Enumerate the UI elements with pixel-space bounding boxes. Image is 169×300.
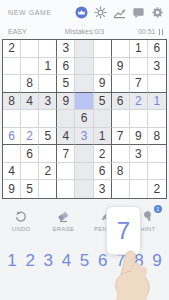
numpad-key-4[interactable]: 4 — [60, 251, 72, 271]
cell-r7c7[interactable] — [112, 145, 130, 163]
cell-r4c5[interactable] — [75, 93, 93, 111]
cell-r8c7[interactable]: 8 — [112, 163, 130, 181]
cell-r7c5[interactable] — [75, 145, 93, 163]
cell-r1c6[interactable] — [94, 40, 112, 58]
erase-label: ERASE — [52, 226, 74, 232]
cell-r8c6[interactable]: 6 — [94, 163, 112, 181]
erase-button[interactable]: ERASE — [46, 209, 80, 232]
cell-r1c2[interactable] — [21, 40, 39, 58]
number-preview-value: 7 — [117, 217, 130, 245]
sudoku-board: 2316169385978439562166254317986723426895… — [2, 39, 167, 199]
number-pad: 123456789 — [0, 249, 169, 273]
numpad-key-3[interactable]: 3 — [42, 251, 54, 271]
cell-r1c8[interactable]: 1 — [130, 40, 148, 58]
page-title: NEW GAME — [8, 9, 52, 16]
cell-r5c1[interactable] — [3, 110, 21, 128]
cell-r2c7[interactable]: 9 — [112, 58, 130, 76]
settings-gear-icon[interactable] — [151, 6, 164, 19]
cell-r7c6[interactable]: 2 — [94, 145, 112, 163]
cell-r8c5[interactable] — [75, 163, 93, 181]
theme-sun-icon[interactable] — [94, 6, 107, 19]
cell-r8c8[interactable] — [130, 163, 148, 181]
cell-r6c5[interactable]: 3 — [75, 128, 93, 146]
cell-r3c1[interactable] — [3, 75, 21, 93]
cell-r1c3[interactable] — [39, 40, 57, 58]
cell-r1c4[interactable]: 3 — [57, 40, 75, 58]
cell-r8c2[interactable] — [21, 163, 39, 181]
cell-r8c3[interactable]: 2 — [39, 163, 57, 181]
cell-r3c9[interactable] — [148, 75, 166, 93]
numpad-key-6[interactable]: 6 — [97, 251, 109, 271]
cell-r9c3[interactable] — [39, 180, 57, 198]
header-bar: NEW GAME — [0, 0, 169, 25]
cell-r5c7[interactable] — [112, 110, 130, 128]
eraser-icon — [56, 209, 70, 223]
undo-label: UNDO — [12, 226, 31, 232]
cell-r3c3[interactable] — [39, 75, 57, 93]
cell-r5c8[interactable] — [130, 110, 148, 128]
header-icons — [75, 6, 164, 19]
undo-button[interactable]: UNDO — [4, 209, 38, 232]
cell-r1c9[interactable]: 6 — [148, 40, 166, 58]
cell-r9c8[interactable] — [130, 180, 148, 198]
cell-r2c1[interactable] — [3, 58, 21, 76]
status-bar: EASY Mistakes:0/3 00:51 — [0, 24, 169, 39]
cell-r2c3[interactable]: 1 — [39, 58, 57, 76]
cell-r4c3[interactable]: 3 — [39, 93, 57, 111]
cell-r1c1[interactable]: 2 — [3, 40, 21, 58]
cell-r9c9[interactable]: 2 — [148, 180, 166, 198]
cell-r9c1[interactable]: 9 — [3, 180, 21, 198]
cell-r3c7[interactable] — [112, 75, 130, 93]
statistics-icon[interactable] — [113, 6, 126, 19]
timer: 00:51 — [138, 28, 156, 35]
pause-icon[interactable] — [159, 29, 164, 35]
undo-icon — [14, 209, 28, 223]
cell-r9c6[interactable]: 3 — [94, 180, 112, 198]
numpad-key-2[interactable]: 2 — [24, 251, 36, 271]
cell-r6c4[interactable]: 4 — [57, 128, 75, 146]
numpad-key-9[interactable]: 9 — [151, 251, 163, 271]
cell-r9c5[interactable] — [75, 180, 93, 198]
cell-r9c4[interactable] — [57, 180, 75, 198]
cell-r6c2[interactable]: 2 — [21, 128, 39, 146]
cell-r4c8[interactable]: 2 — [130, 93, 148, 111]
cell-r4c2[interactable]: 4 — [21, 93, 39, 111]
cell-r6c6[interactable]: 1 — [94, 128, 112, 146]
cell-r5c5[interactable]: 6 — [75, 110, 93, 128]
cell-r9c7[interactable] — [112, 180, 130, 198]
cell-r7c2[interactable]: 6 — [21, 145, 39, 163]
cell-r4c9[interactable]: 1 — [148, 93, 166, 111]
cell-r7c8[interactable]: 3 — [130, 145, 148, 163]
cell-r4c6[interactable]: 5 — [94, 93, 112, 111]
crown-badge-icon[interactable] — [75, 6, 88, 19]
cell-r5c2[interactable] — [21, 110, 39, 128]
cell-r4c7[interactable]: 6 — [112, 93, 130, 111]
cell-r6c3[interactable]: 5 — [39, 128, 57, 146]
numpad-key-1[interactable]: 1 — [6, 251, 18, 271]
feedback-icon[interactable] — [132, 6, 145, 19]
cell-r2c9[interactable]: 3 — [148, 58, 166, 76]
cell-r2c4[interactable]: 6 — [57, 58, 75, 76]
number-preview-popup: 7 — [106, 206, 141, 255]
numpad-key-5[interactable]: 5 — [79, 251, 91, 271]
cell-r4c1[interactable]: 8 — [3, 93, 21, 111]
cell-r6c1[interactable]: 6 — [3, 128, 21, 146]
cell-r4c4[interactable]: 9 — [57, 93, 75, 111]
cell-r5c6[interactable] — [94, 110, 112, 128]
cell-r3c5[interactable] — [75, 75, 93, 93]
cell-r9c2[interactable]: 5 — [21, 180, 39, 198]
cell-r8c4[interactable] — [57, 163, 75, 181]
hint-label: HINT — [140, 226, 155, 232]
cell-r2c2[interactable] — [21, 58, 39, 76]
cell-r6c7[interactable]: 7 — [112, 128, 130, 146]
toolbar: UNDO ERASE PENCIL 1 HINT — [0, 205, 169, 241]
cell-r3c6[interactable]: 9 — [94, 75, 112, 93]
cell-r7c9[interactable] — [148, 145, 166, 163]
cell-r3c8[interactable]: 7 — [130, 75, 148, 93]
bulb-icon — [141, 209, 155, 223]
cell-r3c4[interactable]: 5 — [57, 75, 75, 93]
cell-r2c6[interactable] — [94, 58, 112, 76]
cell-r5c9[interactable] — [148, 110, 166, 128]
cell-r7c3[interactable] — [39, 145, 57, 163]
cell-r7c4[interactable]: 7 — [57, 145, 75, 163]
cell-r6c8[interactable]: 9 — [130, 128, 148, 146]
cell-r7c1[interactable] — [3, 145, 21, 163]
cell-r8c1[interactable]: 4 — [3, 163, 21, 181]
hint-count-badge: 1 — [154, 205, 162, 213]
cell-r8c9[interactable] — [148, 163, 166, 181]
cell-r2c5[interactable] — [75, 58, 93, 76]
cell-r1c5[interactable] — [75, 40, 93, 58]
cell-r5c4[interactable] — [57, 110, 75, 128]
cell-r5c3[interactable] — [39, 110, 57, 128]
cell-r1c7[interactable] — [112, 40, 130, 58]
cell-r3c2[interactable]: 8 — [21, 75, 39, 93]
cell-r6c9[interactable]: 8 — [148, 128, 166, 146]
cell-r2c8[interactable] — [130, 58, 148, 76]
